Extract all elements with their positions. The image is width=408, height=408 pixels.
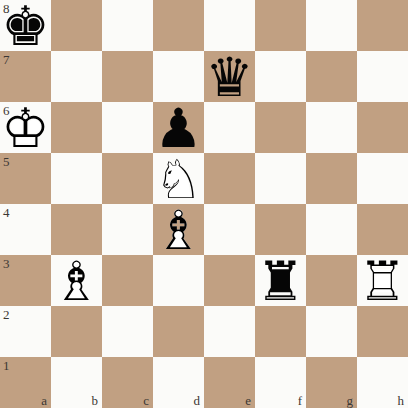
square-f3[interactable]: ♜: [255, 255, 306, 306]
square-a4[interactable]: 4: [0, 204, 51, 255]
square-g7[interactable]: [306, 51, 357, 102]
square-c7[interactable]: [102, 51, 153, 102]
file-label-e: e: [245, 394, 251, 407]
square-e6[interactable]: [204, 102, 255, 153]
square-a2[interactable]: 2: [0, 306, 51, 357]
square-h6[interactable]: [357, 102, 408, 153]
white-rook-icon[interactable]: ♜♖: [357, 255, 408, 306]
square-c6[interactable]: [102, 102, 153, 153]
square-b4[interactable]: [51, 204, 102, 255]
square-h2[interactable]: [357, 306, 408, 357]
square-a7[interactable]: 7: [0, 51, 51, 102]
square-a1[interactable]: 1a: [0, 357, 51, 408]
square-d8[interactable]: [153, 0, 204, 51]
square-d4[interactable]: ♝♗: [153, 204, 204, 255]
piece-outline-layer: ♗: [153, 205, 204, 256]
square-f6[interactable]: [255, 102, 306, 153]
file-label-f: f: [298, 394, 302, 407]
piece-fill-layer: ♛: [204, 52, 255, 103]
square-d6[interactable]: ♟: [153, 102, 204, 153]
file-label-b: b: [92, 394, 99, 407]
piece-fill-layer: ♟: [153, 103, 204, 154]
piece-outline-layer: ♖: [357, 256, 408, 307]
white-bishop-icon[interactable]: ♝♗: [153, 204, 204, 255]
square-d3[interactable]: [153, 255, 204, 306]
square-g3[interactable]: [306, 255, 357, 306]
square-e2[interactable]: [204, 306, 255, 357]
square-b8[interactable]: [51, 0, 102, 51]
piece-outline-layer: ♗: [51, 256, 102, 307]
square-h4[interactable]: [357, 204, 408, 255]
file-label-h: h: [398, 394, 405, 407]
square-c1[interactable]: c: [102, 357, 153, 408]
rank-label-2: 2: [3, 308, 10, 321]
square-c2[interactable]: [102, 306, 153, 357]
black-rook-icon[interactable]: ♜: [255, 255, 306, 306]
white-knight-icon[interactable]: ♞♘: [153, 153, 204, 204]
square-f8[interactable]: [255, 0, 306, 51]
square-a6[interactable]: 6♚♔: [0, 102, 51, 153]
piece-outline-layer: ♘: [153, 154, 204, 205]
square-c3[interactable]: [102, 255, 153, 306]
square-f2[interactable]: [255, 306, 306, 357]
white-bishop-icon[interactable]: ♝♗: [51, 255, 102, 306]
black-king-icon[interactable]: ♚: [0, 0, 51, 51]
file-label-d: d: [194, 394, 201, 407]
square-h7[interactable]: [357, 51, 408, 102]
square-h3[interactable]: ♜♖: [357, 255, 408, 306]
square-b6[interactable]: [51, 102, 102, 153]
square-e4[interactable]: [204, 204, 255, 255]
square-g4[interactable]: [306, 204, 357, 255]
white-king-icon[interactable]: ♚♔: [0, 102, 51, 153]
black-pawn-icon[interactable]: ♟: [153, 102, 204, 153]
rank-label-5: 5: [3, 155, 10, 168]
square-g8[interactable]: [306, 0, 357, 51]
chess-board: 8♚7♛6♚♔♟5♞♘4♝♗3♝♗♜♜♖21abcdefgh: [0, 0, 408, 408]
square-a8[interactable]: 8♚: [0, 0, 51, 51]
square-e7[interactable]: ♛: [204, 51, 255, 102]
square-e8[interactable]: [204, 0, 255, 51]
rank-label-7: 7: [3, 53, 10, 66]
piece-fill-layer: ♚: [0, 1, 51, 52]
square-e5[interactable]: [204, 153, 255, 204]
square-h8[interactable]: [357, 0, 408, 51]
square-g2[interactable]: [306, 306, 357, 357]
square-e3[interactable]: [204, 255, 255, 306]
square-f4[interactable]: [255, 204, 306, 255]
square-b3[interactable]: ♝♗: [51, 255, 102, 306]
rank-label-4: 4: [3, 206, 10, 219]
piece-fill-layer: ♜: [255, 256, 306, 307]
file-label-a: a: [41, 394, 47, 407]
square-h5[interactable]: [357, 153, 408, 204]
square-g6[interactable]: [306, 102, 357, 153]
square-a3[interactable]: 3: [0, 255, 51, 306]
square-b5[interactable]: [51, 153, 102, 204]
square-e1[interactable]: e: [204, 357, 255, 408]
square-c5[interactable]: [102, 153, 153, 204]
file-label-c: c: [143, 394, 149, 407]
square-d1[interactable]: d: [153, 357, 204, 408]
square-d2[interactable]: [153, 306, 204, 357]
square-a5[interactable]: 5: [0, 153, 51, 204]
square-b2[interactable]: [51, 306, 102, 357]
square-g5[interactable]: [306, 153, 357, 204]
square-f7[interactable]: [255, 51, 306, 102]
rank-label-1: 1: [3, 359, 10, 372]
rank-label-3: 3: [3, 257, 10, 270]
piece-outline-layer: ♔: [0, 103, 51, 154]
square-c8[interactable]: [102, 0, 153, 51]
square-b7[interactable]: [51, 51, 102, 102]
square-f5[interactable]: [255, 153, 306, 204]
square-d7[interactable]: [153, 51, 204, 102]
square-d5[interactable]: ♞♘: [153, 153, 204, 204]
square-h1[interactable]: h: [357, 357, 408, 408]
black-queen-icon[interactable]: ♛: [204, 51, 255, 102]
square-c4[interactable]: [102, 204, 153, 255]
square-b1[interactable]: b: [51, 357, 102, 408]
square-f1[interactable]: f: [255, 357, 306, 408]
file-label-g: g: [347, 394, 354, 407]
square-g1[interactable]: g: [306, 357, 357, 408]
